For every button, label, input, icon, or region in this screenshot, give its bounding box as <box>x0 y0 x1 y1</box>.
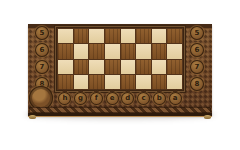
square-c7 <box>136 60 151 74</box>
right-foot <box>204 115 211 119</box>
square-b7 <box>152 60 167 74</box>
box-base-edge <box>28 113 212 117</box>
square-c5 <box>136 29 151 43</box>
square-a7 <box>167 60 182 74</box>
file-medallion-h: h <box>58 92 71 105</box>
square-f7 <box>89 60 104 74</box>
file-medallion-a: a <box>169 92 182 105</box>
square-f8 <box>89 75 104 89</box>
rank-medallion-right-8: 8 <box>190 77 204 91</box>
square-a6 <box>167 44 182 58</box>
square-d7 <box>121 60 136 74</box>
square-f5 <box>89 29 104 43</box>
product-photo: 5678 5678 hgfedcba <box>0 0 240 150</box>
right-carved-border: 5678 <box>183 24 212 116</box>
rank-medallion-right-6: 6 <box>190 43 204 57</box>
square-d8 <box>121 75 136 89</box>
file-medallion-b: b <box>153 92 166 105</box>
rank-medallion-right-5: 5 <box>190 26 204 40</box>
file-medallion-d: d <box>121 92 134 105</box>
rank-medallion-left-7: 7 <box>35 60 49 74</box>
chess-board-box: 5678 5678 hgfedcba <box>28 24 212 116</box>
square-a5 <box>167 29 182 43</box>
left-carved-border: 5678 <box>28 24 57 116</box>
square-e5 <box>105 29 120 43</box>
square-g5 <box>74 29 89 43</box>
file-medallion-g: g <box>74 92 87 105</box>
file-medallion-e: e <box>106 92 119 105</box>
square-g8 <box>74 75 89 89</box>
square-f6 <box>89 44 104 58</box>
rank-medallion-left-6: 6 <box>35 43 49 57</box>
left-rank-numbers: 5678 <box>35 26 49 91</box>
square-d6 <box>121 44 136 58</box>
right-rank-numbers: 5678 <box>190 26 204 91</box>
square-h7 <box>58 60 73 74</box>
left-foot <box>29 115 36 119</box>
square-g6 <box>74 44 89 58</box>
square-b5 <box>152 29 167 43</box>
rank-medallion-left-5: 5 <box>35 26 49 40</box>
square-b6 <box>152 44 167 58</box>
square-h8 <box>58 75 73 89</box>
bottom-file-letters: hgfedcba <box>57 90 183 107</box>
square-h6 <box>58 44 73 58</box>
square-e6 <box>105 44 120 58</box>
square-d5 <box>121 29 136 43</box>
file-medallion-c: c <box>137 92 150 105</box>
rank-medallion-right-7: 7 <box>190 60 204 74</box>
chess-board-grid <box>57 28 183 90</box>
square-g7 <box>74 60 89 74</box>
square-b8 <box>152 75 167 89</box>
square-e8 <box>105 75 120 89</box>
square-a8 <box>167 75 182 89</box>
square-h5 <box>58 29 73 43</box>
square-c8 <box>136 75 151 89</box>
square-c6 <box>136 44 151 58</box>
square-e7 <box>105 60 120 74</box>
file-medallion-f: f <box>90 92 103 105</box>
